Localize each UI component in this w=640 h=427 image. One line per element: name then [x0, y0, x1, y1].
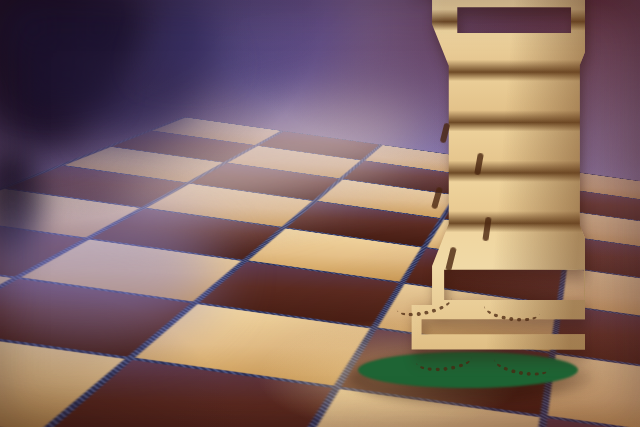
- rook-green-felt-base: [358, 352, 578, 388]
- photo-chess-scene: ♚ ♝ ♜: [0, 0, 640, 427]
- blurred-dark-piece2-icon: ♝: [100, 0, 270, 100]
